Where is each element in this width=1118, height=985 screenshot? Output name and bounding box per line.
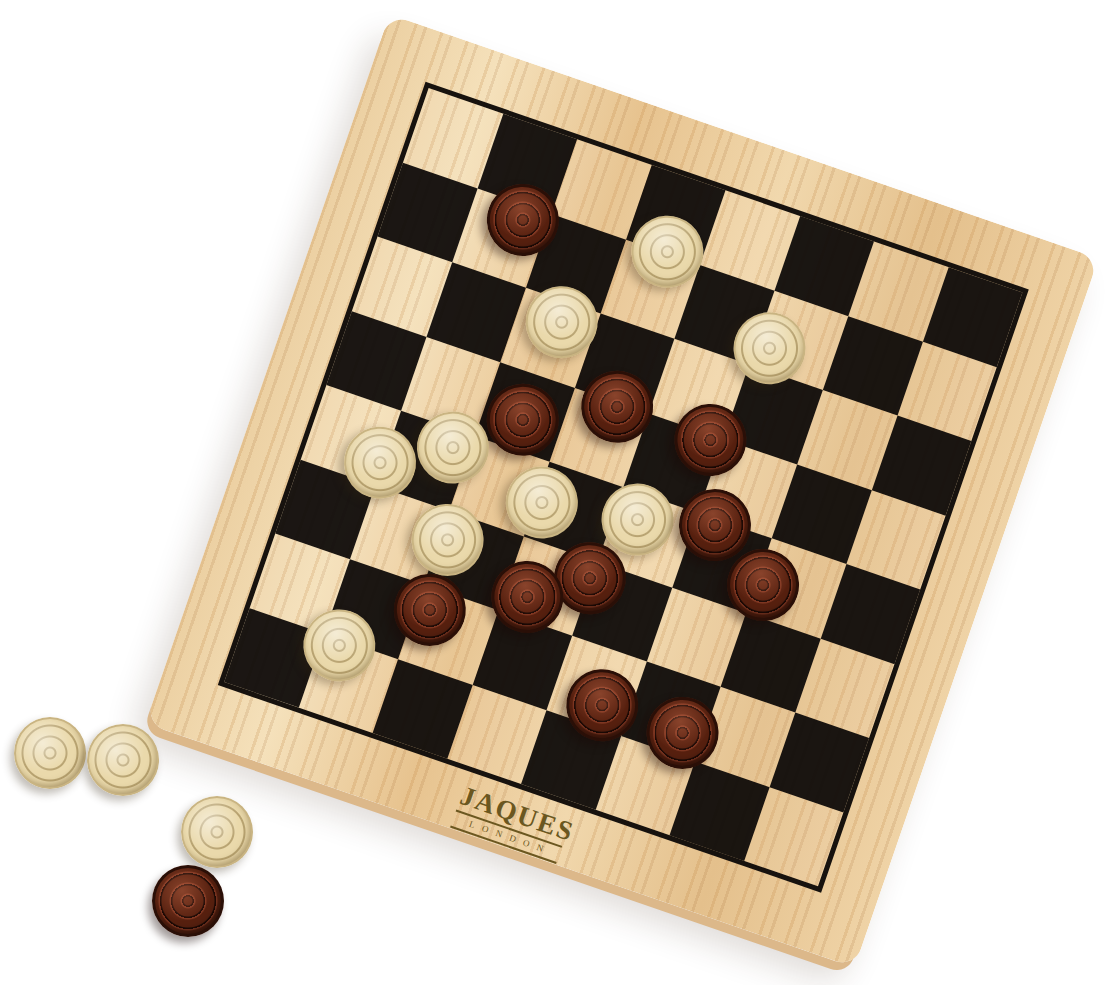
scene: JAQUES LONDON bbox=[0, 0, 1118, 985]
light-piece-off-board[interactable] bbox=[14, 717, 86, 789]
light-piece-off-board[interactable] bbox=[87, 724, 159, 796]
checkers-board: JAQUES LONDON bbox=[145, 14, 1098, 967]
light-piece-off-board[interactable] bbox=[181, 796, 253, 868]
dark-piece-off-board[interactable] bbox=[152, 865, 224, 937]
